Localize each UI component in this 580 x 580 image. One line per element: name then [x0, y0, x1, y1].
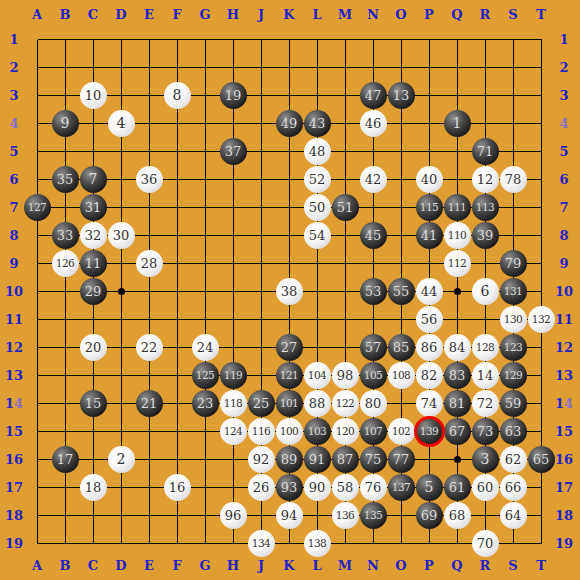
stone-white-68-Q18: 68	[444, 502, 471, 529]
stone-black-55-O10: 55	[388, 278, 415, 305]
move-number: 42	[365, 173, 382, 186]
move-number: 80	[365, 397, 382, 410]
move-number: 25	[253, 397, 270, 410]
stone-white-76-N17: 76	[360, 474, 387, 501]
move-number: 26	[253, 481, 270, 494]
stone-white-58-M17: 58	[332, 474, 359, 501]
move-number: 67	[449, 425, 466, 438]
move-number: 115	[420, 202, 439, 213]
stone-black-25-J14: 25	[248, 390, 275, 417]
stone-black-137-O17: 137	[388, 474, 415, 501]
move-number: 75	[365, 453, 382, 466]
move-number: 138	[308, 538, 327, 549]
move-number: 4	[117, 116, 126, 130]
move-number: 107	[364, 426, 383, 437]
move-number: 32	[85, 229, 102, 242]
move-number: 135	[364, 510, 383, 521]
stone-black-53-N10: 53	[360, 278, 387, 305]
move-number: 136	[336, 510, 355, 521]
stone-black-65-T16: 65	[528, 446, 555, 473]
move-number: 9	[61, 116, 70, 130]
move-number: 22	[141, 341, 158, 354]
move-number: 12	[477, 173, 494, 186]
column-label-H: H	[219, 0, 247, 28]
stone-white-18-C17: 18	[80, 474, 107, 501]
move-number: 137	[392, 482, 411, 493]
stone-black-31-C7: 31	[80, 194, 107, 221]
move-number: 41	[421, 229, 438, 242]
move-number: 81	[449, 397, 466, 410]
move-number: 118	[224, 398, 243, 409]
move-number: 44	[421, 285, 438, 298]
move-number: 1	[453, 116, 462, 130]
stone-black-89-K16: 89	[276, 446, 303, 473]
move-number: 31	[85, 201, 102, 214]
move-number: 5	[425, 480, 434, 494]
stone-white-60-R17: 60	[472, 474, 499, 501]
stone-white-84-Q12: 84	[444, 334, 471, 361]
move-number: 93	[281, 481, 298, 494]
move-number: 126	[56, 258, 75, 269]
stone-black-73-R15: 73	[472, 418, 499, 445]
stone-white-122-M14: 122	[332, 390, 359, 417]
stone-black-81-Q14: 81	[444, 390, 471, 417]
move-number: 98	[337, 369, 354, 382]
stone-black-21-E14: 21	[136, 390, 163, 417]
column-label-Q: Q	[443, 0, 471, 28]
stone-white-52-L6: 52	[304, 166, 331, 193]
stone-white-10-C3: 10	[80, 82, 107, 109]
stone-black-113-R7: 113	[472, 194, 499, 221]
stone-black-131-S10: 131	[500, 278, 527, 305]
move-number: 50	[309, 201, 326, 214]
stone-white-138-L19: 138	[304, 530, 331, 557]
stone-black-127-A7: 127	[24, 194, 51, 221]
move-number: 57	[365, 341, 382, 354]
move-number: 127	[28, 202, 47, 213]
stone-white-48-L5: 48	[304, 138, 331, 165]
move-number: 54	[309, 229, 326, 242]
stone-white-110-Q8: 110	[444, 222, 471, 249]
stone-white-50-L7: 50	[304, 194, 331, 221]
stone-white-102-O15: 102	[388, 418, 415, 445]
move-number: 96	[225, 509, 242, 522]
move-number: 101	[280, 398, 299, 409]
stone-white-128-R12: 128	[472, 334, 499, 361]
move-number: 110	[448, 230, 467, 241]
move-number: 111	[448, 202, 467, 213]
move-number: 87	[337, 453, 354, 466]
move-number: 63	[505, 425, 522, 438]
move-number: 35	[57, 173, 74, 186]
column-labels-top: ABCDEFGHJKLMNOPQRST	[23, 0, 555, 28]
stone-white-66-S17: 66	[500, 474, 527, 501]
stone-white-126-B9: 126	[52, 250, 79, 277]
move-number: 52	[309, 173, 326, 186]
stone-white-130-S11: 130	[500, 306, 527, 333]
move-number: 103	[308, 426, 327, 437]
move-number: 112	[448, 258, 467, 269]
move-number: 116	[252, 426, 271, 437]
column-label-M: M	[331, 0, 359, 28]
stone-black-7-C6: 7	[80, 166, 107, 193]
move-number: 66	[505, 481, 522, 494]
move-number: 36	[141, 173, 158, 186]
move-number: 23	[197, 397, 214, 410]
stone-black-47-N3: 47	[360, 82, 387, 109]
column-label-J: J	[247, 0, 275, 28]
stone-white-100-K15: 100	[276, 418, 303, 445]
move-number: 74	[421, 397, 438, 410]
column-label-E: E	[135, 0, 163, 28]
stone-white-16-F17: 16	[164, 474, 191, 501]
move-number: 100	[280, 426, 299, 437]
move-number: 40	[421, 173, 438, 186]
stone-black-45-N8: 45	[360, 222, 387, 249]
move-number: 48	[309, 145, 326, 158]
stone-black-123-S12: 123	[500, 334, 527, 361]
move-number: 76	[365, 481, 382, 494]
move-number: 69	[421, 509, 438, 522]
stone-black-51-M7: 51	[332, 194, 359, 221]
stone-white-62-S16: 62	[500, 446, 527, 473]
move-number: 58	[337, 481, 354, 494]
stone-white-92-J16: 92	[248, 446, 275, 473]
stone-white-14-R13: 14	[472, 362, 499, 389]
move-number: 77	[393, 453, 410, 466]
stone-black-43-L4: 43	[304, 110, 331, 137]
stone-black-135-N18: 135	[360, 502, 387, 529]
move-number: 79	[505, 257, 522, 270]
move-number: 120	[336, 426, 355, 437]
move-number: 49	[281, 117, 298, 130]
stone-white-42-N6: 42	[360, 166, 387, 193]
column-label-P: P	[415, 0, 443, 28]
stone-black-27-K12: 27	[276, 334, 303, 361]
move-number: 45	[365, 229, 382, 242]
stone-white-8-F3: 8	[164, 82, 191, 109]
column-label-T: T	[527, 0, 555, 28]
column-label-C: C	[79, 0, 107, 28]
move-number: 18	[85, 481, 102, 494]
stone-black-23-G14: 23	[192, 390, 219, 417]
stone-black-59-S14: 59	[500, 390, 527, 417]
stone-black-41-P8: 41	[416, 222, 443, 249]
stone-black-33-B8: 33	[52, 222, 79, 249]
stone-black-111-Q7: 111	[444, 194, 471, 221]
move-number: 82	[421, 369, 438, 382]
stone-black-63-S15: 63	[500, 418, 527, 445]
stone-white-96-H18: 96	[220, 502, 247, 529]
move-number: 10	[85, 89, 102, 102]
stone-white-104-L13: 104	[304, 362, 331, 389]
column-label-A: A	[23, 0, 51, 28]
move-number: 105	[364, 370, 383, 381]
stone-white-70-R19: 70	[472, 530, 499, 557]
stone-white-56-P11: 56	[416, 306, 443, 333]
move-number: 124	[224, 426, 243, 437]
move-number: 47	[365, 89, 382, 102]
move-number: 14	[477, 369, 494, 382]
move-number: 128	[476, 342, 495, 353]
stone-white-86-P12: 86	[416, 334, 443, 361]
stone-black-121-K13: 121	[276, 362, 303, 389]
go-board: ABCDEFGHJKLMNOPQRST ABCDEFGHJKLMNOPQRST …	[0, 0, 580, 580]
stone-black-13-O3: 13	[388, 82, 415, 109]
move-number: 86	[421, 341, 438, 354]
move-number: 20	[85, 341, 102, 354]
stone-white-6-R10: 6	[472, 278, 499, 305]
move-number: 131	[504, 286, 523, 297]
stone-white-54-L8: 54	[304, 222, 331, 249]
stone-white-64-S18: 64	[500, 502, 527, 529]
stone-black-105-N13: 105	[360, 362, 387, 389]
stone-white-78-S6: 78	[500, 166, 527, 193]
move-number: 43	[309, 117, 326, 130]
move-number: 70	[477, 537, 494, 550]
column-label-S: S	[499, 0, 527, 28]
move-number: 62	[505, 453, 522, 466]
move-number: 129	[504, 370, 523, 381]
stone-black-29-C10: 29	[80, 278, 107, 305]
stone-black-5-P17: 5	[416, 474, 443, 501]
move-number: 38	[281, 285, 298, 298]
move-number: 6	[481, 284, 490, 298]
stone-white-4-D4: 4	[108, 110, 135, 137]
stone-black-79-S9: 79	[500, 250, 527, 277]
stone-black-115-P7: 115	[416, 194, 443, 221]
stone-white-82-P13: 82	[416, 362, 443, 389]
stone-white-72-R14: 72	[472, 390, 499, 417]
column-label-N: N	[359, 0, 387, 28]
stone-black-11-C9: 11	[80, 250, 107, 277]
stone-white-36-E6: 36	[136, 166, 163, 193]
move-number: 91	[309, 453, 326, 466]
move-number: 3	[481, 452, 490, 466]
move-number: 113	[476, 202, 495, 213]
stone-white-134-J19: 134	[248, 530, 275, 557]
stone-white-30-D8: 30	[108, 222, 135, 249]
move-number: 68	[449, 509, 466, 522]
stone-white-98-M13: 98	[332, 362, 359, 389]
move-number: 102	[392, 426, 411, 437]
move-number: 85	[393, 341, 410, 354]
column-label-O: O	[387, 0, 415, 28]
move-number: 88	[309, 397, 326, 410]
move-number: 7	[89, 172, 98, 186]
stone-black-93-K17: 93	[276, 474, 303, 501]
move-number: 125	[196, 370, 215, 381]
move-number: 59	[505, 397, 522, 410]
stone-black-15-C14: 15	[80, 390, 107, 417]
column-label-K: K	[275, 0, 303, 28]
stone-black-39-R8: 39	[472, 222, 499, 249]
move-number: 53	[365, 285, 382, 298]
move-number: 39	[477, 229, 494, 242]
stone-white-26-J17: 26	[248, 474, 275, 501]
move-number: 123	[504, 342, 523, 353]
move-number: 46	[365, 117, 382, 130]
move-number: 134	[252, 538, 271, 549]
move-number: 2	[117, 452, 126, 466]
move-number: 65	[533, 453, 550, 466]
stone-white-28-E9: 28	[136, 250, 163, 277]
stone-white-124-H15: 124	[220, 418, 247, 445]
stone-black-69-P18: 69	[416, 502, 443, 529]
column-label-D: D	[107, 0, 135, 28]
move-number: 17	[57, 453, 74, 466]
move-number: 122	[336, 398, 355, 409]
move-number: 139	[420, 426, 439, 437]
stone-black-1-Q4: 1	[444, 110, 471, 137]
move-number: 29	[85, 285, 102, 298]
stone-black-129-S13: 129	[500, 362, 527, 389]
stone-black-83-Q13: 83	[444, 362, 471, 389]
move-number: 8	[173, 88, 182, 102]
stone-black-119-H13: 119	[220, 362, 247, 389]
move-number: 37	[225, 145, 242, 158]
stone-black-77-O16: 77	[388, 446, 415, 473]
column-label-G: G	[191, 0, 219, 28]
stone-white-94-K18: 94	[276, 502, 303, 529]
stone-white-24-G12: 24	[192, 334, 219, 361]
stone-white-22-E12: 22	[136, 334, 163, 361]
move-number: 130	[504, 314, 523, 325]
stone-black-17-B16: 17	[52, 446, 79, 473]
column-label-B: B	[51, 0, 79, 28]
stone-black-85-O12: 85	[388, 334, 415, 361]
column-label-R: R	[471, 0, 499, 28]
stone-white-20-C12: 20	[80, 334, 107, 361]
stone-white-12-R6: 12	[472, 166, 499, 193]
stone-black-57-N12: 57	[360, 334, 387, 361]
move-number: 33	[57, 229, 74, 242]
stone-white-38-K10: 38	[276, 278, 303, 305]
stone-white-120-M15: 120	[332, 418, 359, 445]
move-number: 60	[477, 481, 494, 494]
stone-black-71-R5: 71	[472, 138, 499, 165]
move-number: 16	[169, 481, 186, 494]
move-number: 55	[393, 285, 410, 298]
move-number: 15	[85, 397, 102, 410]
stone-white-2-D16: 2	[108, 446, 135, 473]
move-number: 61	[449, 481, 466, 494]
stone-white-88-L14: 88	[304, 390, 331, 417]
move-number: 73	[477, 425, 494, 438]
stone-white-44-P10: 44	[416, 278, 443, 305]
move-number: 90	[309, 481, 326, 494]
stone-black-87-M16: 87	[332, 446, 359, 473]
move-number: 94	[281, 509, 298, 522]
column-label-F: F	[163, 0, 191, 28]
move-number: 56	[421, 313, 438, 326]
stone-black-3-R16: 3	[472, 446, 499, 473]
stone-black-101-K14: 101	[276, 390, 303, 417]
stone-black-75-N16: 75	[360, 446, 387, 473]
move-number: 27	[281, 341, 298, 354]
move-number: 21	[141, 397, 158, 410]
move-number: 84	[449, 341, 466, 354]
move-number: 83	[449, 369, 466, 382]
stone-black-19-H3: 19	[220, 82, 247, 109]
move-number: 119	[224, 370, 243, 381]
move-number: 108	[392, 370, 411, 381]
stone-white-40-P6: 40	[416, 166, 443, 193]
move-number: 13	[393, 89, 410, 102]
stone-black-35-B6: 35	[52, 166, 79, 193]
move-number: 19	[225, 89, 242, 102]
move-number: 30	[113, 229, 130, 242]
move-number: 78	[505, 173, 522, 186]
stone-white-46-N4: 46	[360, 110, 387, 137]
move-number: 71	[477, 145, 494, 158]
move-number: 28	[141, 257, 158, 270]
stone-white-32-C8: 32	[80, 222, 107, 249]
stone-white-112-Q9: 112	[444, 250, 471, 277]
stone-white-136-M18: 136	[332, 502, 359, 529]
stone-black-139-P15: 139	[416, 418, 443, 445]
stone-black-67-Q15: 67	[444, 418, 471, 445]
move-number: 72	[477, 397, 494, 410]
stone-black-125-G13: 125	[192, 362, 219, 389]
stone-white-116-J15: 116	[248, 418, 275, 445]
move-number: 121	[280, 370, 299, 381]
move-number: 11	[85, 257, 102, 270]
move-number: 132	[532, 314, 551, 325]
stone-black-91-L16: 91	[304, 446, 331, 473]
stone-black-103-L15: 103	[304, 418, 331, 445]
stone-black-37-H5: 37	[220, 138, 247, 165]
stone-black-9-B4: 9	[52, 110, 79, 137]
stone-black-49-K4: 49	[276, 110, 303, 137]
move-number: 92	[253, 453, 270, 466]
move-number: 64	[505, 509, 522, 522]
stone-white-90-L17: 90	[304, 474, 331, 501]
stone-white-74-P14: 74	[416, 390, 443, 417]
move-number: 89	[281, 453, 298, 466]
stone-white-80-N14: 80	[360, 390, 387, 417]
column-label-L: L	[303, 0, 331, 28]
move-number: 24	[197, 341, 214, 354]
move-number: 51	[337, 201, 354, 214]
move-number: 104	[308, 370, 327, 381]
stone-black-107-N15: 107	[360, 418, 387, 445]
board-intersections[interactable]: 1234567891011121314151617181920212223242…	[23, 25, 555, 557]
stone-white-132-T11: 132	[528, 306, 555, 333]
stone-black-61-Q17: 61	[444, 474, 471, 501]
stone-white-108-O13: 108	[388, 362, 415, 389]
stone-white-118-H14: 118	[220, 390, 247, 417]
